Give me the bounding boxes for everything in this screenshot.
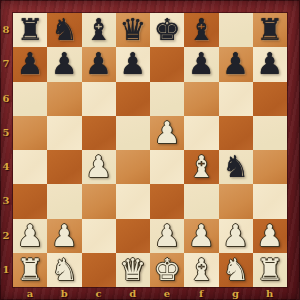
square-g7[interactable]: ♟: [219, 47, 253, 81]
square-c1[interactable]: [82, 253, 116, 287]
black-pawn-piece[interactable]: ♟: [17, 47, 44, 81]
square-e5[interactable]: ♟: [150, 116, 184, 150]
square-a1[interactable]: ♜: [13, 253, 47, 287]
square-f3[interactable]: [184, 184, 218, 218]
square-e4[interactable]: [150, 150, 184, 184]
square-c2[interactable]: [82, 219, 116, 253]
square-e7[interactable]: [150, 47, 184, 81]
square-f2[interactable]: ♟: [184, 219, 218, 253]
white-pawn-piece[interactable]: ♟: [17, 219, 44, 253]
white-pawn-piece[interactable]: ♟: [51, 219, 78, 253]
square-g2[interactable]: ♟: [219, 219, 253, 253]
square-b4[interactable]: [47, 150, 81, 184]
square-e8[interactable]: ♚: [150, 13, 184, 47]
white-pawn-piece[interactable]: ♟: [222, 219, 249, 253]
rank-label-8: 8: [0, 24, 12, 36]
square-e3[interactable]: [150, 184, 184, 218]
black-rook-piece[interactable]: ♜: [17, 13, 44, 47]
square-g4[interactable]: ♞: [219, 150, 253, 184]
white-rook-piece[interactable]: ♜: [256, 253, 283, 287]
square-a7[interactable]: ♟: [13, 47, 47, 81]
square-c6[interactable]: [82, 82, 116, 116]
square-c4[interactable]: ♟: [82, 150, 116, 184]
chess-board: ♜♞♝♛♚♝♜♟♟♟♟♟♟♟♟♟♝♞♟♟♟♟♟♟♜♞♛♚♝♞♜: [13, 13, 287, 287]
white-queen-piece[interactable]: ♛: [119, 253, 146, 287]
file-label-f: f: [195, 288, 207, 300]
square-d8[interactable]: ♛: [116, 13, 150, 47]
rank-label-6: 6: [0, 93, 12, 105]
square-c5[interactable]: [82, 116, 116, 150]
black-bishop-piece[interactable]: ♝: [85, 13, 112, 47]
square-h7[interactable]: ♟: [253, 47, 287, 81]
file-label-g: g: [230, 288, 242, 300]
rank-label-2: 2: [0, 230, 12, 242]
square-e2[interactable]: ♟: [150, 219, 184, 253]
square-g8[interactable]: [219, 13, 253, 47]
square-d3[interactable]: [116, 184, 150, 218]
square-c8[interactable]: ♝: [82, 13, 116, 47]
square-h4[interactable]: [253, 150, 287, 184]
file-label-e: e: [161, 288, 173, 300]
square-b6[interactable]: [47, 82, 81, 116]
white-king-piece[interactable]: ♚: [154, 253, 181, 287]
square-d2[interactable]: [116, 219, 150, 253]
square-e6[interactable]: [150, 82, 184, 116]
black-queen-piece[interactable]: ♛: [119, 13, 146, 47]
square-e1[interactable]: ♚: [150, 253, 184, 287]
square-h8[interactable]: ♜: [253, 13, 287, 47]
square-c3[interactable]: [82, 184, 116, 218]
white-rook-piece[interactable]: ♜: [17, 253, 44, 287]
square-h1[interactable]: ♜: [253, 253, 287, 287]
square-d5[interactable]: [116, 116, 150, 150]
square-g1[interactable]: ♞: [219, 253, 253, 287]
rank-label-3: 3: [0, 195, 12, 207]
square-b1[interactable]: ♞: [47, 253, 81, 287]
white-pawn-piece[interactable]: ♟: [256, 219, 283, 253]
black-pawn-piece[interactable]: ♟: [256, 47, 283, 81]
rank-label-5: 5: [0, 127, 12, 139]
square-f1[interactable]: ♝: [184, 253, 218, 287]
rank-label-4: 4: [0, 161, 12, 173]
square-h5[interactable]: [253, 116, 287, 150]
square-b7[interactable]: ♟: [47, 47, 81, 81]
square-d6[interactable]: [116, 82, 150, 116]
black-knight-piece[interactable]: ♞: [222, 150, 249, 184]
square-c7[interactable]: ♟: [82, 47, 116, 81]
square-a4[interactable]: [13, 150, 47, 184]
black-rook-piece[interactable]: ♜: [256, 13, 283, 47]
white-pawn-piece[interactable]: ♟: [85, 150, 112, 184]
black-bishop-piece[interactable]: ♝: [188, 13, 215, 47]
square-a5[interactable]: [13, 116, 47, 150]
square-a6[interactable]: [13, 82, 47, 116]
black-pawn-piece[interactable]: ♟: [119, 47, 146, 81]
square-f7[interactable]: ♟: [184, 47, 218, 81]
square-f8[interactable]: ♝: [184, 13, 218, 47]
white-knight-piece[interactable]: ♞: [51, 253, 78, 287]
chess-board-frame: ♜♞♝♛♚♝♜♟♟♟♟♟♟♟♟♟♝♞♟♟♟♟♟♟♜♞♛♚♝♞♜ 87654321…: [0, 0, 300, 300]
file-label-c: c: [93, 288, 105, 300]
white-bishop-piece[interactable]: ♝: [188, 150, 215, 184]
square-d7[interactable]: ♟: [116, 47, 150, 81]
square-a3[interactable]: [13, 184, 47, 218]
black-pawn-piece[interactable]: ♟: [222, 47, 249, 81]
file-label-h: h: [264, 288, 276, 300]
rank-label-1: 1: [0, 264, 12, 276]
white-knight-piece[interactable]: ♞: [222, 253, 249, 287]
square-h3[interactable]: [253, 184, 287, 218]
square-f6[interactable]: [184, 82, 218, 116]
square-h6[interactable]: [253, 82, 287, 116]
square-a2[interactable]: ♟: [13, 219, 47, 253]
white-pawn-piece[interactable]: ♟: [188, 219, 215, 253]
square-b3[interactable]: [47, 184, 81, 218]
square-a8[interactable]: ♜: [13, 13, 47, 47]
file-label-a: a: [24, 288, 36, 300]
square-h2[interactable]: ♟: [253, 219, 287, 253]
black-pawn-piece[interactable]: ♟: [85, 47, 112, 81]
file-label-d: d: [127, 288, 139, 300]
square-d4[interactable]: [116, 150, 150, 184]
square-f5[interactable]: [184, 116, 218, 150]
square-d1[interactable]: ♛: [116, 253, 150, 287]
black-king-piece[interactable]: ♚: [154, 13, 181, 47]
white-pawn-piece[interactable]: ♟: [154, 219, 181, 253]
square-f4[interactable]: ♝: [184, 150, 218, 184]
square-g5[interactable]: [219, 116, 253, 150]
black-pawn-piece[interactable]: ♟: [51, 47, 78, 81]
square-b8[interactable]: ♞: [47, 13, 81, 47]
file-label-b: b: [58, 288, 70, 300]
white-bishop-piece[interactable]: ♝: [188, 253, 215, 287]
black-knight-piece[interactable]: ♞: [51, 13, 78, 47]
square-b5[interactable]: [47, 116, 81, 150]
white-pawn-piece[interactable]: ♟: [154, 116, 181, 150]
rank-label-7: 7: [0, 58, 12, 70]
square-g6[interactable]: [219, 82, 253, 116]
square-g3[interactable]: [219, 184, 253, 218]
square-b2[interactable]: ♟: [47, 219, 81, 253]
black-pawn-piece[interactable]: ♟: [188, 47, 215, 81]
